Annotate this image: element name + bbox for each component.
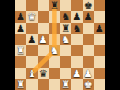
black-pawn-piece: ♟ (94, 23, 105, 34)
black-pawn-piece: ♟ (71, 11, 82, 22)
square-b2[interactable]: ♝ (26, 68, 37, 79)
white-queen-piece: ♛ (26, 11, 37, 22)
square-e3[interactable] (60, 56, 71, 67)
square-g4[interactable] (83, 45, 94, 56)
square-a4[interactable]: ♜ (15, 45, 26, 56)
square-f8[interactable] (71, 0, 82, 11)
black-rook-piece: ♜ (49, 0, 60, 11)
black-pawn-piece: ♟ (15, 11, 26, 22)
black-rook-piece: ♜ (60, 23, 71, 34)
square-g3[interactable] (83, 56, 94, 67)
square-b6[interactable] (26, 23, 37, 34)
square-b4[interactable] (26, 45, 37, 56)
white-bishop-piece: ♝ (26, 68, 37, 79)
highlight-d5 (49, 34, 60, 45)
square-f1[interactable] (71, 79, 82, 90)
square-f5[interactable] (71, 34, 82, 45)
chess-board: ♜♚♟♛♞♟♟♟♜♞♟♟♟♞♜♞♝♛♟♟♜♜♚ (15, 0, 105, 90)
square-d5[interactable] (49, 34, 60, 45)
square-h5[interactable] (94, 34, 105, 45)
square-c2[interactable]: ♛ (38, 68, 49, 79)
white-knight-piece: ♞ (60, 34, 71, 45)
square-b3[interactable] (26, 56, 37, 67)
app-screen: ♜♚♟♛♞♟♟♟♜♞♟♟♟♞♜♞♝♛♟♟♜♜♚ (0, 0, 120, 90)
square-c1[interactable] (38, 79, 49, 90)
black-queen-piece: ♛ (38, 68, 49, 79)
square-b7[interactable]: ♛ (26, 11, 37, 22)
square-a5[interactable] (15, 34, 26, 45)
square-a3[interactable] (15, 56, 26, 67)
white-pawn-piece: ♟ (71, 68, 82, 79)
square-f7[interactable]: ♟ (71, 11, 82, 22)
square-e6[interactable]: ♜ (60, 23, 71, 34)
square-e7[interactable]: ♞ (60, 11, 71, 22)
square-a6[interactable]: ♟ (15, 23, 26, 34)
square-f3[interactable] (71, 56, 82, 67)
square-a7[interactable]: ♟ (15, 11, 26, 22)
white-rook-piece: ♜ (15, 79, 26, 90)
square-g8[interactable]: ♚ (83, 0, 94, 11)
black-pawn-piece: ♟ (83, 11, 94, 22)
square-c8[interactable] (38, 0, 49, 11)
square-e8[interactable] (60, 0, 71, 11)
black-knight-piece: ♞ (60, 11, 71, 22)
square-a8[interactable] (15, 0, 26, 11)
square-b5[interactable]: ♟ (26, 34, 37, 45)
square-e5[interactable]: ♞ (60, 34, 71, 45)
white-rook-piece: ♜ (60, 79, 71, 90)
white-king-piece: ♚ (83, 79, 94, 90)
square-g5[interactable] (83, 34, 94, 45)
square-a2[interactable] (15, 68, 26, 79)
square-a1[interactable]: ♜ (15, 79, 26, 90)
square-h1[interactable] (94, 79, 105, 90)
white-rook-piece: ♜ (15, 45, 26, 56)
square-g6[interactable] (83, 23, 94, 34)
square-c3[interactable] (38, 56, 49, 67)
square-h7[interactable] (94, 11, 105, 22)
square-d7[interactable] (49, 11, 60, 22)
black-knight-piece: ♞ (71, 23, 82, 34)
square-h8[interactable] (94, 0, 105, 11)
square-e2[interactable] (60, 68, 71, 79)
highlight-d4 (49, 45, 60, 56)
square-d4[interactable]: ♞ (49, 45, 60, 56)
square-d2[interactable] (49, 68, 60, 79)
square-d8[interactable]: ♜ (49, 0, 60, 11)
white-pawn-piece: ♟ (83, 68, 94, 79)
square-c5[interactable]: ♟ (38, 34, 49, 45)
square-g7[interactable]: ♟ (83, 11, 94, 22)
square-f6[interactable]: ♞ (71, 23, 82, 34)
white-pawn-piece: ♟ (38, 34, 49, 45)
black-pawn-piece: ♟ (15, 23, 26, 34)
square-d3[interactable] (49, 56, 60, 67)
square-g1[interactable]: ♚ (83, 79, 94, 90)
square-e4[interactable] (60, 45, 71, 56)
square-h4[interactable] (94, 45, 105, 56)
square-h6[interactable]: ♟ (94, 23, 105, 34)
square-g2[interactable]: ♟ (83, 68, 94, 79)
square-e1[interactable]: ♜ (60, 79, 71, 90)
black-pawn-piece: ♟ (26, 34, 37, 45)
square-d1[interactable] (49, 79, 60, 90)
square-f4[interactable] (71, 45, 82, 56)
square-d6[interactable] (49, 23, 60, 34)
square-h2[interactable] (94, 68, 105, 79)
square-c4[interactable] (38, 45, 49, 56)
square-h3[interactable] (94, 56, 105, 67)
square-c7[interactable] (38, 11, 49, 22)
square-f2[interactable]: ♟ (71, 68, 82, 79)
square-c6[interactable] (38, 23, 49, 34)
square-b1[interactable] (26, 79, 37, 90)
square-b8[interactable] (26, 0, 37, 11)
black-king-piece: ♚ (83, 0, 94, 11)
